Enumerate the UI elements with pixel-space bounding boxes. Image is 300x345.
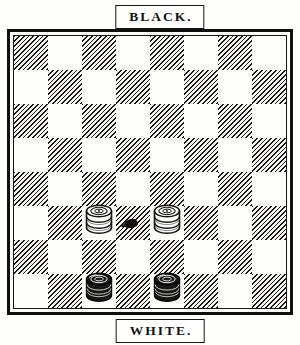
square-3-4[interactable] [150,138,184,172]
square-0-4[interactable] [150,36,184,70]
square-6-7[interactable] [252,240,286,274]
square-0-3[interactable] [116,36,150,70]
square-1-1[interactable] [48,70,82,104]
square-1-6[interactable] [218,70,252,104]
square-3-2[interactable] [82,138,116,172]
square-2-0[interactable] [14,104,48,138]
square-1-5[interactable] [184,70,218,104]
black-side-label: BLACK. [115,5,204,29]
square-6-0[interactable] [14,240,48,274]
square-7-0[interactable] [14,274,48,308]
square-1-3[interactable] [116,70,150,104]
checkers-board [13,35,287,309]
square-3-3[interactable] [116,138,150,172]
square-3-5[interactable] [184,138,218,172]
black-piece[interactable] [152,269,182,306]
square-3-7[interactable] [252,138,286,172]
square-1-2[interactable] [82,70,116,104]
square-2-6[interactable] [218,104,252,138]
diagram-page: BLACK. WHITE. [0,0,300,345]
square-0-6[interactable] [218,36,252,70]
square-0-7[interactable] [252,36,286,70]
square-7-5[interactable] [184,274,218,308]
square-7-6[interactable] [218,274,252,308]
square-5-1[interactable] [48,206,82,240]
square-3-0[interactable] [14,138,48,172]
square-0-0[interactable] [14,36,48,70]
square-2-7[interactable] [252,104,286,138]
white-piece[interactable] [84,201,114,238]
square-2-5[interactable] [184,104,218,138]
square-2-3[interactable] [116,104,150,138]
square-2-2[interactable] [82,104,116,138]
ink-smudge [123,218,138,229]
square-5-2[interactable] [82,206,116,240]
square-2-4[interactable] [150,104,184,138]
black-side-label-text: BLACK. [129,9,192,24]
square-5-5[interactable] [184,206,218,240]
white-side-label-text: WHITE. [130,323,193,338]
square-5-3[interactable] [116,206,150,240]
square-4-0[interactable] [14,172,48,206]
square-5-0[interactable] [14,206,48,240]
square-1-0[interactable] [14,70,48,104]
square-0-1[interactable] [48,36,82,70]
square-5-4[interactable] [150,206,184,240]
square-5-7[interactable] [252,206,286,240]
square-0-2[interactable] [82,36,116,70]
white-side-label: WHITE. [116,319,205,343]
square-4-7[interactable] [252,172,286,206]
square-3-1[interactable] [48,138,82,172]
square-7-3[interactable] [116,274,150,308]
white-piece[interactable] [152,201,182,238]
square-7-7[interactable] [252,274,286,308]
square-6-1[interactable] [48,240,82,274]
black-piece[interactable] [84,269,114,306]
square-2-1[interactable] [48,104,82,138]
square-4-5[interactable] [184,172,218,206]
square-7-1[interactable] [48,274,82,308]
square-7-2[interactable] [82,274,116,308]
square-6-3[interactable] [116,240,150,274]
square-3-6[interactable] [218,138,252,172]
square-6-5[interactable] [184,240,218,274]
square-1-4[interactable] [150,70,184,104]
square-6-6[interactable] [218,240,252,274]
square-4-6[interactable] [218,172,252,206]
square-7-4[interactable] [150,274,184,308]
square-4-3[interactable] [116,172,150,206]
checkers-board-frame [7,29,293,315]
square-1-7[interactable] [252,70,286,104]
square-4-1[interactable] [48,172,82,206]
square-0-5[interactable] [184,36,218,70]
square-5-6[interactable] [218,206,252,240]
